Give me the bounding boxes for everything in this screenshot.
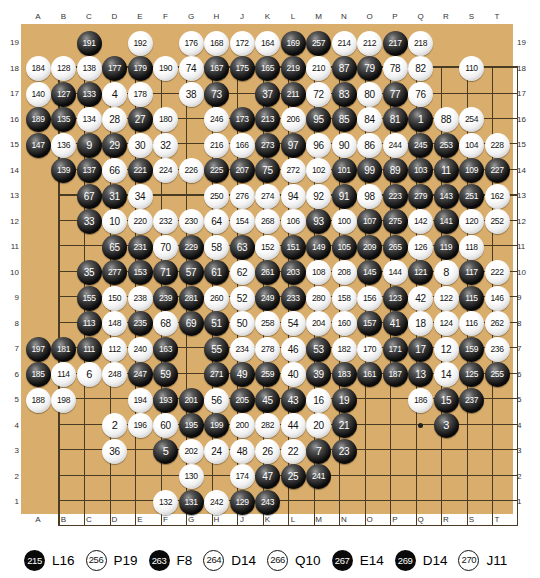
bottom-col-label-A: A: [30, 515, 46, 525]
left-row-label-17: 17: [1, 89, 19, 99]
stone-S10-move-117: 117: [459, 260, 484, 285]
stone-M17-move-72: 72: [306, 82, 331, 107]
stone-G12-move-230: 230: [179, 209, 204, 234]
stone-O12-move-107: 107: [357, 209, 382, 234]
stone-C9-move-155: 155: [77, 286, 102, 311]
stone-M10-move-108: 108: [306, 260, 331, 285]
stone-G10-move-57: 57: [179, 260, 204, 285]
stone-L7-move-46: 46: [281, 337, 306, 362]
stone-E13-move-34: 34: [128, 184, 153, 209]
stone-M4-move-20: 20: [306, 413, 331, 438]
stone-H19-move-168: 168: [204, 31, 229, 56]
go-diagram: AABBCCDDEEFFGGHHJJKKLLMMNNOOPPQQRRSSTT19…: [0, 0, 540, 578]
left-row-label-3: 3: [1, 446, 19, 456]
stone-S11-move-118: 118: [459, 235, 484, 260]
top-col-label-S: S: [464, 12, 480, 22]
stone-R16-move-88: 88: [434, 107, 459, 132]
stone-N15-move-90: 90: [332, 133, 357, 158]
stone-J12-move-154: 154: [230, 209, 255, 234]
stone-D6-move-248: 248: [102, 362, 127, 387]
bottom-col-label-R: R: [438, 515, 454, 525]
top-col-label-R: R: [438, 12, 454, 22]
stone-K7-move-278: 278: [255, 337, 280, 362]
bottom-col-label-G: G: [183, 515, 199, 525]
stone-J16-move-173: 173: [230, 107, 255, 132]
stone-J11-move-63: 63: [230, 235, 255, 260]
top-col-label-J: J: [234, 12, 250, 22]
stone-F6-move-59: 59: [153, 362, 178, 387]
stone-G9-move-281: 281: [179, 286, 204, 311]
stone-Q14-move-103: 103: [408, 158, 433, 183]
stone-A15-move-147: 147: [26, 133, 51, 158]
stone-D4-move-2: 2: [102, 413, 127, 438]
stone-H13-move-250: 250: [204, 184, 229, 209]
stone-Q17-move-76: 76: [408, 82, 433, 107]
stone-J3-move-48: 48: [230, 439, 255, 464]
stone-S18-move-110: 110: [459, 56, 484, 81]
stone-H9-move-260: 260: [204, 286, 229, 311]
left-row-label-14: 14: [1, 166, 19, 176]
stone-H1-move-242: 242: [204, 490, 229, 515]
stone-F8-move-68: 68: [153, 311, 178, 336]
stone-D13-move-31: 31: [102, 184, 127, 209]
stone-H8-move-51: 51: [204, 311, 229, 336]
stone-R9-move-122: 122: [434, 286, 459, 311]
stone-L6-move-40: 40: [281, 362, 306, 387]
stone-C6-move-6: 6: [77, 362, 102, 387]
stone-A6-move-185: 185: [26, 362, 51, 387]
stone-G8-move-69: 69: [179, 311, 204, 336]
stone-J10-move-62: 62: [230, 260, 255, 285]
stone-R11-move-119: 119: [434, 235, 459, 260]
left-row-label-19: 19: [1, 38, 19, 48]
stone-C12-move-33: 33: [77, 209, 102, 234]
stone-F5-move-193: 193: [153, 388, 178, 413]
left-row-label-6: 6: [1, 370, 19, 380]
stone-Q5-move-186: 186: [408, 388, 433, 413]
right-row-label-4: 4: [517, 421, 535, 431]
left-row-label-8: 8: [1, 319, 19, 329]
right-row-label-12: 12: [517, 217, 535, 227]
stone-M9-move-280: 280: [306, 286, 331, 311]
stone-M19-move-257: 257: [306, 31, 331, 56]
stone-L3-move-22: 22: [281, 439, 306, 464]
caption-point-263: F8: [177, 553, 193, 568]
stone-T10-move-222: 222: [485, 260, 510, 285]
stone-R10-move-8: 8: [434, 260, 459, 285]
right-row-label-18: 18: [517, 64, 535, 74]
stone-O15-move-86: 86: [357, 133, 382, 158]
stone-M16-move-95: 95: [306, 107, 331, 132]
stone-L16-move-206: 206: [281, 107, 306, 132]
stone-K5-move-45: 45: [255, 388, 280, 413]
stone-Q10-move-121: 121: [408, 260, 433, 285]
stone-E14-move-221: 221: [128, 158, 153, 183]
stone-O10-move-145: 145: [357, 260, 382, 285]
stone-S16-move-254: 254: [459, 107, 484, 132]
top-col-label-K: K: [260, 12, 276, 22]
stone-C15-move-9: 9: [77, 133, 102, 158]
stone-N16-move-85: 85: [332, 107, 357, 132]
stone-L15-move-97: 97: [281, 133, 306, 158]
stone-P13-move-223: 223: [383, 184, 408, 209]
right-row-label-13: 13: [517, 191, 535, 201]
stone-M11-move-149: 149: [306, 235, 331, 260]
left-row-label-9: 9: [1, 293, 19, 303]
right-row-label-3: 3: [517, 446, 535, 456]
stone-M8-move-204: 204: [306, 311, 331, 336]
stone-F10-move-71: 71: [153, 260, 178, 285]
stone-E9-move-238: 238: [128, 286, 153, 311]
stone-R13-move-143: 143: [434, 184, 459, 209]
bottom-col-label-C: C: [81, 515, 97, 525]
stone-M3-move-7: 7: [306, 439, 331, 464]
stone-E18-move-179: 179: [128, 56, 153, 81]
stone-C10-move-35: 35: [77, 260, 102, 285]
stone-G3-move-202: 202: [179, 439, 204, 464]
stone-N18-move-87: 87: [332, 56, 357, 81]
bottom-col-label-D: D: [107, 515, 123, 525]
stone-S14-move-109: 109: [459, 158, 484, 183]
stone-B17-move-127: 127: [51, 82, 76, 107]
stone-P12-move-275: 275: [383, 209, 408, 234]
stone-T9-move-146: 146: [485, 286, 510, 311]
stone-K17-move-37: 37: [255, 82, 280, 107]
stone-H17-move-73: 73: [204, 82, 229, 107]
stone-P14-move-89: 89: [383, 158, 408, 183]
stone-G17-move-38: 38: [179, 82, 204, 107]
left-row-label-16: 16: [1, 115, 19, 125]
left-row-label-12: 12: [1, 217, 19, 227]
top-col-label-G: G: [183, 12, 199, 22]
stone-F4-move-60: 60: [153, 413, 178, 438]
stone-R14-move-11: 11: [434, 158, 459, 183]
stone-J1-move-129: 129: [230, 490, 255, 515]
left-row-label-1: 1: [1, 497, 19, 507]
stone-Q15-move-245: 245: [408, 133, 433, 158]
stone-P15-move-244: 244: [383, 133, 408, 158]
right-row-label-17: 17: [517, 89, 535, 99]
stone-P18-move-78: 78: [383, 56, 408, 81]
bottom-col-label-S: S: [464, 515, 480, 525]
left-row-label-4: 4: [1, 421, 19, 431]
top-col-label-A: A: [30, 12, 46, 22]
right-row-label-14: 14: [517, 166, 535, 176]
stone-F14-move-224: 224: [153, 158, 178, 183]
stone-T7-move-236: 236: [485, 337, 510, 362]
stone-J2-move-174: 174: [230, 464, 255, 489]
stone-J7-move-234: 234: [230, 337, 255, 362]
stone-K12-move-268: 268: [255, 209, 280, 234]
stone-T13-move-162: 162: [485, 184, 510, 209]
stone-L12-move-106: 106: [281, 209, 306, 234]
stone-F7-move-163: 163: [153, 337, 178, 362]
stone-N10-move-208: 208: [332, 260, 357, 285]
bottom-col-label-L: L: [285, 515, 301, 525]
left-row-label-7: 7: [1, 344, 19, 354]
stone-L11-move-151: 151: [281, 235, 306, 260]
bottom-col-label-N: N: [336, 515, 352, 525]
stone-E12-move-220: 220: [128, 209, 153, 234]
stone-P9-move-123: 123: [383, 286, 408, 311]
stone-P11-move-265: 265: [383, 235, 408, 260]
stone-H14-move-225: 225: [204, 158, 229, 183]
stone-S6-move-125: 125: [459, 362, 484, 387]
stone-O6-move-161: 161: [357, 362, 382, 387]
stone-J8-move-50: 50: [230, 311, 255, 336]
bottom-col-label-J: J: [234, 515, 250, 525]
caption-stone-256: 256: [86, 550, 107, 571]
left-row-label-18: 18: [1, 64, 19, 74]
top-col-label-C: C: [81, 12, 97, 22]
stone-R6-move-14: 14: [434, 362, 459, 387]
stone-K4-move-282: 282: [255, 413, 280, 438]
stone-D17-move-4: 4: [102, 82, 127, 107]
stone-P6-move-187: 187: [383, 362, 408, 387]
stone-K1-move-243: 243: [255, 490, 280, 515]
caption-stone-266: 266: [267, 550, 288, 571]
stone-T8-move-262: 262: [485, 311, 510, 336]
stone-H11-move-58: 58: [204, 235, 229, 260]
stone-K8-move-258: 258: [255, 311, 280, 336]
bottom-col-label-H: H: [209, 515, 225, 525]
stone-J14-move-207: 207: [230, 158, 255, 183]
stone-H7-move-55: 55: [204, 337, 229, 362]
top-col-label-N: N: [336, 12, 352, 22]
top-col-label-Q: Q: [413, 12, 429, 22]
stone-M18-move-210: 210: [306, 56, 331, 81]
left-row-label-2: 2: [1, 472, 19, 482]
stone-O18-move-79: 79: [357, 56, 382, 81]
stone-F3-move-5: 5: [153, 439, 178, 464]
stone-A5-move-188: 188: [26, 388, 51, 413]
stone-H4-move-199: 199: [204, 413, 229, 438]
stone-H18-move-167: 167: [204, 56, 229, 81]
stone-P7-move-171: 171: [383, 337, 408, 362]
hoshi-Q4: [418, 423, 423, 428]
stone-Q18-move-82: 82: [408, 56, 433, 81]
caption-point-270: J11: [486, 553, 507, 568]
stone-B6-move-114: 114: [51, 362, 76, 387]
stone-G19-move-176: 176: [179, 31, 204, 56]
stone-Q6-move-13: 13: [408, 362, 433, 387]
stone-H3-move-24: 24: [204, 439, 229, 464]
bottom-col-label-M: M: [311, 515, 327, 525]
stone-Q19-move-218: 218: [408, 31, 433, 56]
stone-A16-move-189: 189: [26, 107, 51, 132]
stone-T6-move-255: 255: [485, 362, 510, 387]
stone-S7-move-159: 159: [459, 337, 484, 362]
stone-S12-move-120: 120: [459, 209, 484, 234]
stone-C16-move-134: 134: [77, 107, 102, 132]
stone-F15-move-32: 32: [153, 133, 178, 158]
top-col-label-M: M: [311, 12, 327, 22]
caption-point-267: E14: [360, 553, 384, 568]
top-col-label-T: T: [489, 12, 505, 22]
stone-K6-move-259: 259: [255, 362, 280, 387]
stone-H5-move-56: 56: [204, 388, 229, 413]
stone-F18-move-190: 190: [153, 56, 178, 81]
left-row-label-15: 15: [1, 140, 19, 150]
stone-C17-move-133: 133: [77, 82, 102, 107]
stone-D12-move-10: 10: [102, 209, 127, 234]
stone-D15-move-29: 29: [102, 133, 127, 158]
stone-E17-move-178: 178: [128, 82, 153, 107]
stone-E5-move-194: 194: [128, 388, 153, 413]
stone-L19-move-169: 169: [281, 31, 306, 56]
stone-F12-move-232: 232: [153, 209, 178, 234]
stone-M13-move-92: 92: [306, 184, 331, 209]
stone-B14-move-139: 139: [51, 158, 76, 183]
stone-N14-move-101: 101: [332, 158, 357, 183]
stone-T12-move-252: 252: [485, 209, 510, 234]
caption-point-264: D14: [231, 553, 256, 568]
stone-C14-move-137: 137: [77, 158, 102, 183]
stone-D11-move-65: 65: [102, 235, 127, 260]
left-row-label-5: 5: [1, 395, 19, 405]
right-row-label-1: 1: [517, 497, 535, 507]
stone-H12-move-64: 64: [204, 209, 229, 234]
top-col-label-H: H: [209, 12, 225, 22]
stone-Q9-move-42: 42: [408, 286, 433, 311]
stone-L8-move-54: 54: [281, 311, 306, 336]
stone-B18-move-128: 128: [51, 56, 76, 81]
stone-S9-move-115: 115: [459, 286, 484, 311]
stone-H15-move-216: 216: [204, 133, 229, 158]
stone-G2-move-130: 130: [179, 464, 204, 489]
stone-P10-move-144: 144: [383, 260, 408, 285]
stone-N3-move-23: 23: [332, 439, 357, 464]
right-row-label-8: 8: [517, 319, 535, 329]
stone-D14-move-66: 66: [102, 158, 127, 183]
stone-E8-move-235: 235: [128, 311, 153, 336]
stone-B16-move-135: 135: [51, 107, 76, 132]
stone-Q16-move-1: 1: [408, 107, 433, 132]
left-row-label-13: 13: [1, 191, 19, 201]
stone-L17-move-211: 211: [281, 82, 306, 107]
stone-O13-move-98: 98: [357, 184, 382, 209]
stone-J13-move-276: 276: [230, 184, 255, 209]
stone-K14-move-75: 75: [255, 158, 280, 183]
stone-C18-move-138: 138: [77, 56, 102, 81]
stone-E11-move-231: 231: [128, 235, 153, 260]
stone-L9-move-233: 233: [281, 286, 306, 311]
stone-N11-move-105: 105: [332, 235, 357, 260]
stone-H6-move-271: 271: [204, 362, 229, 387]
caption-stone-264: 264: [203, 550, 224, 571]
stone-O17-move-80: 80: [357, 82, 382, 107]
stone-N7-move-182: 182: [332, 337, 357, 362]
stone-Q7-move-17: 17: [408, 337, 433, 362]
stone-E10-move-153: 153: [128, 260, 153, 285]
stone-M7-move-53: 53: [306, 337, 331, 362]
stone-O9-move-156: 156: [357, 286, 382, 311]
stone-M14-move-102: 102: [306, 158, 331, 183]
left-row-label-10: 10: [1, 268, 19, 278]
stone-P19-move-217: 217: [383, 31, 408, 56]
stone-O11-move-209: 209: [357, 235, 382, 260]
stone-R7-move-12: 12: [434, 337, 459, 362]
stone-C7-move-111: 111: [77, 337, 102, 362]
right-row-label-16: 16: [517, 115, 535, 125]
stone-E4-move-196: 196: [128, 413, 153, 438]
caption-point-266: Q10: [295, 553, 321, 568]
stone-M2-move-241: 241: [306, 464, 331, 489]
caption-point-215: L16: [52, 553, 75, 568]
stone-M6-move-39: 39: [306, 362, 331, 387]
stone-K18-move-165: 165: [255, 56, 280, 81]
stone-N6-move-183: 183: [332, 362, 357, 387]
stone-J4-move-200: 200: [230, 413, 255, 438]
stone-K19-move-164: 164: [255, 31, 280, 56]
caption-repeated-moves: 215L16256P19263F8264D14266Q10267E14269D1…: [24, 548, 511, 572]
stone-Q8-move-18: 18: [408, 311, 433, 336]
stone-O7-move-170: 170: [357, 337, 382, 362]
stone-P17-move-77: 77: [383, 82, 408, 107]
right-row-label-5: 5: [517, 395, 535, 405]
stone-R8-move-124: 124: [434, 311, 459, 336]
stone-R15-move-253: 253: [434, 133, 459, 158]
stone-F9-move-239: 239: [153, 286, 178, 311]
stone-K2-move-47: 47: [255, 464, 280, 489]
stone-E7-move-240: 240: [128, 337, 153, 362]
caption-stone-267: 267: [332, 550, 353, 571]
stone-J6-move-49: 49: [230, 362, 255, 387]
stone-G5-move-201: 201: [179, 388, 204, 413]
bottom-col-label-B: B: [56, 515, 72, 525]
stone-C8-move-113: 113: [77, 311, 102, 336]
stone-N9-move-158: 158: [332, 286, 357, 311]
stone-T14-move-227: 227: [485, 158, 510, 183]
stone-E19-move-192: 192: [128, 31, 153, 56]
bottom-col-label-P: P: [387, 515, 403, 525]
stone-B5-move-198: 198: [51, 388, 76, 413]
stone-K15-move-273: 273: [255, 133, 280, 158]
stone-O14-move-99: 99: [357, 158, 382, 183]
top-col-label-O: O: [362, 12, 378, 22]
stone-G4-move-195: 195: [179, 413, 204, 438]
stone-J9-move-52: 52: [230, 286, 255, 311]
stone-D3-move-36: 36: [102, 439, 127, 464]
caption-point-256: P19: [114, 553, 138, 568]
stone-N12-move-100: 100: [332, 209, 357, 234]
stone-K13-move-274: 274: [255, 184, 280, 209]
stone-Q11-move-126: 126: [408, 235, 433, 260]
left-row-label-11: 11: [1, 242, 19, 252]
stone-K11-move-152: 152: [255, 235, 280, 260]
stone-L10-move-203: 203: [281, 260, 306, 285]
stone-L5-move-43: 43: [281, 388, 306, 413]
caption-stone-270: 270: [458, 550, 479, 571]
stone-E6-move-247: 247: [128, 362, 153, 387]
stone-K16-move-213: 213: [255, 107, 280, 132]
caption-point-269: D14: [423, 553, 448, 568]
stone-A18-move-184: 184: [26, 56, 51, 81]
stone-C19-move-191: 191: [77, 31, 102, 56]
stone-J15-move-166: 166: [230, 133, 255, 158]
stone-D10-move-277: 277: [102, 260, 127, 285]
bottom-col-label-Q: Q: [413, 515, 429, 525]
top-col-label-E: E: [132, 12, 148, 22]
stone-N4-move-21: 21: [332, 413, 357, 438]
stone-L18-move-219: 219: [281, 56, 306, 81]
top-col-label-F: F: [158, 12, 174, 22]
stone-Q13-move-279: 279: [408, 184, 433, 209]
top-col-label-L: L: [285, 12, 301, 22]
stone-L2-move-25: 25: [281, 464, 306, 489]
stone-K9-move-249: 249: [255, 286, 280, 311]
stone-D7-move-112: 112: [102, 337, 127, 362]
